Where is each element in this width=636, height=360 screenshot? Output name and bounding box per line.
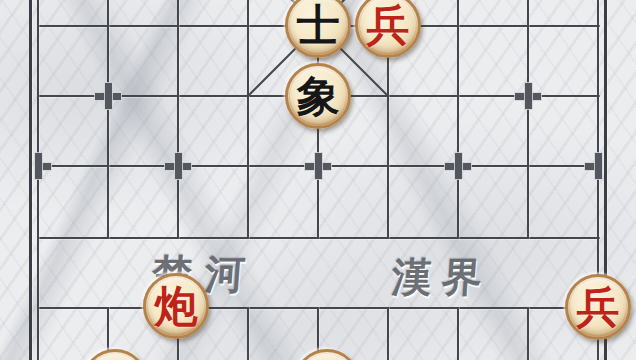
file-line (107, 0, 109, 239)
rank-line (38, 237, 600, 239)
file-line (527, 0, 529, 239)
file-line (37, 0, 39, 360)
piece-red-soldier-2[interactable]: 兵 (565, 274, 631, 340)
file-line (247, 0, 249, 239)
star-point-marker (525, 83, 532, 109)
file-line (177, 0, 179, 239)
partial-piece-1[interactable] (82, 349, 148, 360)
piece-glyph: 兵 (367, 4, 410, 47)
piece-red-soldier-1[interactable]: 兵 (355, 0, 421, 58)
partial-piece-2[interactable] (294, 349, 360, 360)
piece-glyph: 兵 (577, 286, 620, 329)
piece-glyph: 士 (297, 4, 340, 47)
xiangqi-board[interactable]: 楚河 漢界 士兵象炮兵 (0, 0, 636, 360)
file-line (527, 307, 529, 360)
piece-glyph: 炮 (155, 285, 198, 328)
piece-red-cannon[interactable]: 炮 (143, 273, 209, 339)
star-point-marker (105, 83, 112, 109)
file-line (457, 307, 459, 360)
river-label-right: 漢界 (390, 250, 494, 305)
rank-line (38, 307, 600, 309)
board-border-left (29, 0, 32, 360)
piece-glyph: 象 (297, 75, 340, 118)
star-point-marker (455, 153, 462, 179)
star-point-marker (595, 153, 602, 179)
file-line (457, 0, 459, 239)
file-line (387, 307, 389, 360)
piece-black-elephant[interactable]: 象 (285, 63, 351, 129)
star-point-marker (315, 153, 322, 179)
star-point-marker (175, 153, 182, 179)
star-point-marker (35, 153, 42, 179)
file-line (247, 307, 249, 360)
